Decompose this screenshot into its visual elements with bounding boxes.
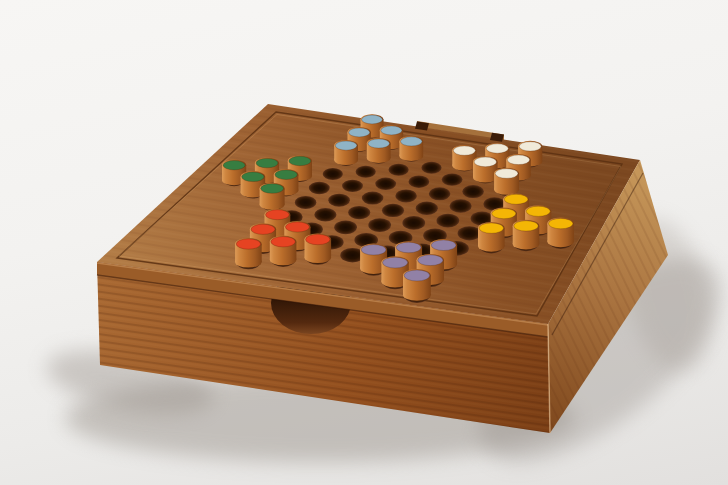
hole-r7-c4[interactable] <box>402 216 425 230</box>
purple-peg-top <box>418 255 443 266</box>
peg-white-r5-c7[interactable] <box>494 168 519 195</box>
yellow-peg-top <box>479 223 503 233</box>
red-peg-top <box>266 210 290 220</box>
hole-r7-c5[interactable] <box>437 214 460 228</box>
purple-peg-top <box>383 257 408 268</box>
hole-r5-c3[interactable] <box>362 192 384 205</box>
peg-yellow-r9-c8[interactable] <box>513 220 540 250</box>
chinese-checkers-board-photo <box>0 0 728 485</box>
hole-r5-c4[interactable] <box>395 189 417 202</box>
hole-r3-c6[interactable] <box>421 162 441 174</box>
hole-r6-c2[interactable] <box>348 206 370 219</box>
hole-r6-c1[interactable] <box>314 208 336 221</box>
white-peg-top <box>495 169 518 179</box>
hole-r7-c3[interactable] <box>368 218 391 232</box>
blue-peg-top <box>381 126 402 135</box>
red-peg-top <box>236 239 260 249</box>
green-peg-top <box>289 156 311 165</box>
hole-r8-c6[interactable] <box>458 226 482 240</box>
photo-scene <box>0 0 728 485</box>
red-peg-top <box>271 237 295 247</box>
hole-r4-c4[interactable] <box>375 178 396 190</box>
blue-peg-top <box>368 139 390 148</box>
peg-green-r5-c0[interactable] <box>260 183 285 210</box>
red-peg-top <box>306 234 330 244</box>
peg-purple-r12-c0[interactable] <box>403 269 431 301</box>
hole-r5-c5[interactable] <box>429 187 451 200</box>
peg-blue-r2-c0[interactable] <box>334 140 358 165</box>
purple-peg-top <box>404 270 430 281</box>
blue-peg-top <box>362 115 383 124</box>
hole-r6-c4[interactable] <box>416 202 438 215</box>
purple-peg-top <box>361 245 386 256</box>
white-peg-top <box>453 146 475 155</box>
hole-r3-c5[interactable] <box>389 164 409 176</box>
hole-r7-c2[interactable] <box>334 220 357 234</box>
hole-r4-c2[interactable] <box>309 182 330 194</box>
hole-r5-c6[interactable] <box>462 185 484 198</box>
white-peg-top <box>486 144 508 153</box>
peg-white-r3-c7[interactable] <box>452 145 476 171</box>
green-peg-top <box>242 172 264 182</box>
red-peg-top <box>285 222 309 232</box>
green-peg-top <box>256 158 278 167</box>
hole-r5-c1[interactable] <box>295 196 317 209</box>
white-peg-top <box>474 157 496 167</box>
hole-r3-c4[interactable] <box>356 166 376 178</box>
hole-r4-c3[interactable] <box>342 180 363 192</box>
peg-yellow-r9-c7[interactable] <box>478 222 505 252</box>
hole-r5-c2[interactable] <box>328 194 350 207</box>
peg-red-r9-c0[interactable] <box>235 238 262 268</box>
blue-peg-top <box>335 141 357 150</box>
yellow-peg-top <box>492 209 516 219</box>
peg-yellow-r9-c9[interactable] <box>547 218 574 248</box>
white-peg-top <box>519 142 541 151</box>
hole-r6-c3[interactable] <box>382 204 404 217</box>
peg-blue-r2-c2[interactable] <box>399 136 423 161</box>
peg-red-r9-c2[interactable] <box>305 233 332 263</box>
blue-peg-top <box>401 137 423 146</box>
peg-red-r9-c1[interactable] <box>270 236 297 266</box>
yellow-peg-top <box>514 221 538 231</box>
yellow-peg-top <box>504 194 528 204</box>
hole-r4-c6[interactable] <box>442 173 463 185</box>
green-peg-top <box>223 161 245 170</box>
peg-white-r4-c7[interactable] <box>473 156 498 182</box>
green-peg-top <box>275 170 297 180</box>
hole-r3-c3[interactable] <box>323 168 343 180</box>
hole-r4-c5[interactable] <box>409 176 430 188</box>
green-peg-top <box>261 184 284 194</box>
purple-peg-top <box>396 242 421 253</box>
white-peg-top <box>507 155 529 165</box>
red-peg-top <box>251 224 275 234</box>
yellow-peg-top <box>549 218 573 228</box>
blue-peg-top <box>349 128 370 137</box>
peg-blue-r2-c1[interactable] <box>367 138 391 163</box>
yellow-peg-top <box>526 206 550 216</box>
hole-r6-c5[interactable] <box>450 199 472 212</box>
purple-peg-top <box>431 240 456 251</box>
